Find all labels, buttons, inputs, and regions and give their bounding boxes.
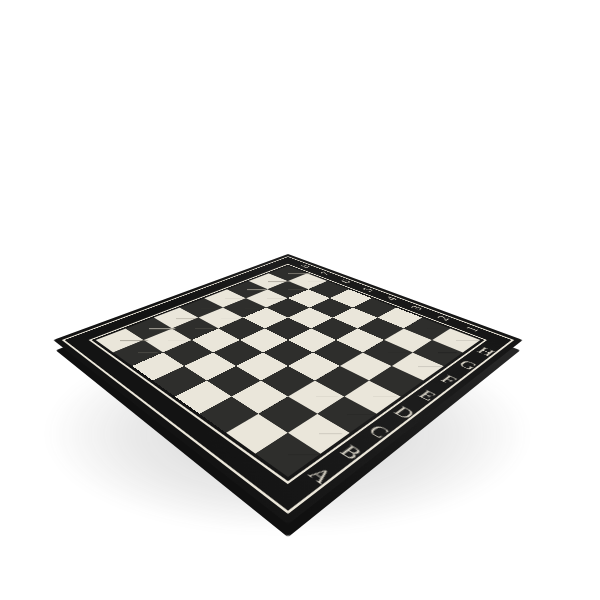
product-render-page: ♜♞♝♛♚♝♞♜♟♟♟♟♟♟♟♟♟♟♟♟♟♟♟♟♜♞♝♛♚♝♞♜ ABCDEFG…	[0, 0, 600, 600]
chess-scene: ♜♞♝♛♚♝♞♜♟♟♟♟♟♟♟♟♟♟♟♟♟♟♟♟♜♞♝♛♚♝♞♜ ABCDEFG…	[0, 0, 600, 600]
white-pawn-icon: ♟	[108, 286, 167, 364]
black-rook-icon: ♜	[227, 318, 349, 478]
